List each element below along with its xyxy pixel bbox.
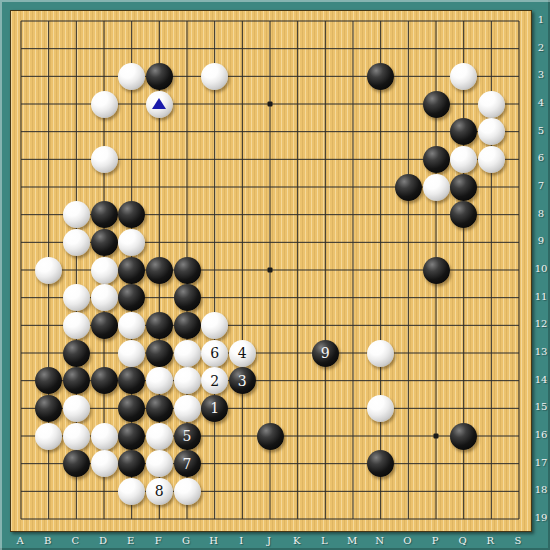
stone-white	[91, 423, 118, 450]
stone-white	[450, 146, 477, 173]
stone-black	[423, 146, 450, 173]
star-point	[268, 268, 273, 273]
stone-white	[367, 395, 394, 422]
stone-white: 4	[229, 340, 256, 367]
stone-white	[118, 229, 145, 256]
triangle-marker	[152, 98, 166, 109]
stone-white	[146, 423, 173, 450]
column-label: A	[16, 536, 23, 546]
stone-black	[174, 257, 201, 284]
stone-white	[118, 312, 145, 339]
stone-black	[146, 257, 173, 284]
row-label: 5	[538, 126, 544, 136]
row-label: 14	[535, 375, 548, 385]
stone-white	[201, 63, 228, 90]
stone-white	[63, 312, 90, 339]
row-label: 1	[538, 15, 544, 25]
row-label: 4	[538, 98, 544, 108]
row-label: 8	[538, 209, 544, 219]
stone-black: 7	[174, 450, 201, 477]
stone-black	[91, 229, 118, 256]
row-label: 9	[538, 236, 544, 246]
move-number-label: 5	[174, 423, 201, 450]
row-label: 17	[535, 458, 548, 468]
row-label: 6	[538, 153, 544, 163]
stone-white	[91, 450, 118, 477]
stone-black	[91, 201, 118, 228]
column-label: I	[239, 536, 243, 546]
stone-white	[118, 340, 145, 367]
stone-white	[201, 312, 228, 339]
column-label: L	[321, 536, 328, 546]
stone-black	[146, 340, 173, 367]
star-point	[434, 434, 439, 439]
stone-white	[146, 91, 173, 118]
stone-white	[91, 146, 118, 173]
column-label: J	[267, 536, 271, 546]
stone-black	[63, 450, 90, 477]
row-label: 13	[535, 347, 548, 357]
stone-white	[63, 201, 90, 228]
stone-black	[423, 257, 450, 284]
stone-white	[118, 63, 145, 90]
column-label: G	[182, 536, 190, 546]
stone-white: 2	[201, 367, 228, 394]
move-number-label: 9	[312, 340, 339, 367]
stone-black	[35, 395, 62, 422]
stone-black	[118, 423, 145, 450]
stone-black	[63, 367, 90, 394]
stone-white	[478, 91, 505, 118]
stone-white	[367, 340, 394, 367]
row-label: 3	[538, 70, 544, 80]
row-label: 7	[538, 181, 544, 191]
stone-white	[174, 367, 201, 394]
column-label: S	[515, 536, 522, 546]
stone-white: 8	[146, 478, 173, 505]
column-label: M	[347, 536, 357, 546]
move-number-label: 4	[229, 340, 256, 367]
column-label: P	[432, 536, 439, 546]
stone-white	[63, 284, 90, 311]
stone-white	[478, 118, 505, 145]
row-label: 11	[535, 292, 548, 302]
stone-white	[450, 63, 477, 90]
move-number-label: 2	[201, 367, 228, 394]
stone-white	[63, 229, 90, 256]
go-board[interactable]: 649231578	[10, 10, 532, 532]
row-label: 18	[535, 485, 548, 495]
stone-white	[118, 478, 145, 505]
stone-black	[257, 423, 284, 450]
stone-black	[450, 423, 477, 450]
column-label: Q	[459, 536, 467, 546]
stone-white	[423, 174, 450, 201]
stone-white: 6	[201, 340, 228, 367]
stone-black: 1	[201, 395, 228, 422]
column-label: N	[375, 536, 384, 546]
row-label: 16	[535, 430, 548, 440]
star-point	[268, 102, 273, 107]
stone-black	[367, 63, 394, 90]
column-label: D	[99, 536, 107, 546]
stone-black: 9	[312, 340, 339, 367]
stone-black: 3	[229, 367, 256, 394]
stone-white	[91, 257, 118, 284]
stone-white	[174, 340, 201, 367]
move-number-label: 8	[146, 478, 173, 505]
stone-black	[91, 367, 118, 394]
stone-white	[174, 478, 201, 505]
stone-black	[146, 312, 173, 339]
stone-black	[118, 257, 145, 284]
column-label: E	[127, 536, 134, 546]
stone-white	[35, 423, 62, 450]
column-label: B	[44, 536, 51, 546]
stone-black	[146, 63, 173, 90]
row-label: 19	[535, 513, 548, 523]
move-number-label: 7	[174, 450, 201, 477]
board-grid-lines	[11, 11, 531, 531]
stone-black	[450, 174, 477, 201]
column-label: R	[487, 536, 495, 546]
stone-white	[146, 450, 173, 477]
stone-black: 5	[174, 423, 201, 450]
stone-black	[395, 174, 422, 201]
stone-white	[63, 395, 90, 422]
column-label: F	[155, 536, 162, 546]
stone-black	[174, 312, 201, 339]
move-number-label: 3	[229, 367, 256, 394]
stone-black	[146, 395, 173, 422]
stone-black	[63, 340, 90, 367]
row-label: 12	[535, 319, 548, 329]
column-label: O	[403, 536, 411, 546]
move-number-label: 6	[201, 340, 228, 367]
stone-black	[118, 395, 145, 422]
stone-white	[478, 146, 505, 173]
stone-white	[91, 91, 118, 118]
stone-white	[174, 395, 201, 422]
stone-white	[63, 423, 90, 450]
column-label: K	[293, 536, 300, 546]
row-label: 15	[535, 402, 548, 412]
stone-white	[35, 257, 62, 284]
stone-white	[91, 284, 118, 311]
stone-white	[146, 367, 173, 394]
stone-black	[174, 284, 201, 311]
stone-black	[91, 312, 118, 339]
row-label: 2	[538, 43, 544, 53]
move-number-label: 1	[201, 395, 228, 422]
column-label: C	[72, 536, 80, 546]
column-label: H	[209, 536, 218, 546]
stone-black	[423, 91, 450, 118]
go-app-window: 649231578 ABCDEFGHIJKLMNOPQRS12345678910…	[0, 0, 550, 550]
row-label: 10	[535, 264, 548, 274]
